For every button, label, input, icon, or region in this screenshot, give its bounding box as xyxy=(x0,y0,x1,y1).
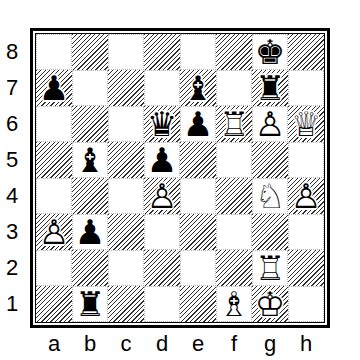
square-d7[interactable] xyxy=(144,70,180,106)
black-pawn-icon: ♟ xyxy=(36,70,72,106)
white-pawn-icon-fill: ♟ xyxy=(144,178,180,214)
chess-board-inner-frame: ♚♟♝♜♛♟♜♖♟♙♛♕♝♟♟♙♞♘♟♙♟♙♟♜♖♜♝♗♚♔ xyxy=(35,33,325,323)
square-a5[interactable] xyxy=(36,142,72,178)
square-h2[interactable] xyxy=(288,250,324,286)
square-f2[interactable] xyxy=(216,250,252,286)
square-e1[interactable] xyxy=(180,286,216,322)
square-e2[interactable] xyxy=(180,250,216,286)
square-a6[interactable] xyxy=(36,106,72,142)
white-pawn-icon-fill: ♟ xyxy=(253,107,287,141)
square-g3[interactable] xyxy=(252,214,288,250)
square-e5[interactable] xyxy=(180,142,216,178)
black-rook-icon: ♜ xyxy=(252,70,288,106)
square-g2[interactable]: ♜♖ xyxy=(252,250,288,286)
square-f7[interactable] xyxy=(216,70,252,106)
white-king-icon-fill: ♚ xyxy=(252,286,288,322)
rank-label-8: 8 xyxy=(0,34,24,70)
square-d4[interactable]: ♟♙ xyxy=(144,178,180,214)
square-c5[interactable] xyxy=(108,142,144,178)
square-f3[interactable] xyxy=(216,214,252,250)
square-h1[interactable] xyxy=(288,286,324,322)
file-label-b: b xyxy=(72,330,108,357)
black-pawn-icon: ♟ xyxy=(73,215,107,249)
white-pawn-icon: ♙ xyxy=(36,214,72,250)
square-b7[interactable] xyxy=(72,70,108,106)
square-c3[interactable] xyxy=(108,214,144,250)
square-b3[interactable]: ♟ xyxy=(72,214,108,250)
rank-label-7: 7 xyxy=(0,70,24,106)
white-knight-icon: ♘ xyxy=(253,179,287,213)
square-h5[interactable] xyxy=(288,142,324,178)
file-label-e: e xyxy=(180,330,216,357)
square-c8[interactable] xyxy=(108,34,144,70)
board: ♚♟♝♜♛♟♜♖♟♙♛♕♝♟♟♙♞♘♟♙♟♙♟♜♖♜♝♗♚♔ xyxy=(36,34,324,322)
square-f5[interactable] xyxy=(216,142,252,178)
square-h6[interactable]: ♛♕ xyxy=(288,106,324,142)
square-f4[interactable] xyxy=(216,178,252,214)
square-f1[interactable]: ♝♗ xyxy=(216,286,252,322)
square-b4[interactable] xyxy=(72,178,108,214)
square-a4[interactable] xyxy=(36,178,72,214)
square-g1[interactable]: ♚♔ xyxy=(252,286,288,322)
black-bishop-icon: ♝ xyxy=(180,70,216,106)
square-a7[interactable]: ♟ xyxy=(36,70,72,106)
square-h3[interactable] xyxy=(288,214,324,250)
file-label-a: a xyxy=(36,330,72,357)
rank-label-2: 2 xyxy=(0,250,24,286)
file-label-f: f xyxy=(216,330,252,357)
square-e6[interactable]: ♟ xyxy=(180,106,216,142)
rank-label-3: 3 xyxy=(0,214,24,250)
white-bishop-icon: ♗ xyxy=(217,287,251,321)
square-a3[interactable]: ♟♙ xyxy=(36,214,72,250)
white-knight-icon-fill: ♞ xyxy=(253,179,287,213)
white-pawn-icon: ♙ xyxy=(253,107,287,141)
black-pawn-icon: ♟ xyxy=(181,107,215,141)
square-b1[interactable]: ♜ xyxy=(72,286,108,322)
square-a2[interactable] xyxy=(36,250,72,286)
square-d3[interactable] xyxy=(144,214,180,250)
square-g4[interactable]: ♞♘ xyxy=(252,178,288,214)
white-rook-icon: ♖ xyxy=(216,106,252,142)
file-label-d: d xyxy=(144,330,180,357)
square-d1[interactable] xyxy=(144,286,180,322)
white-king-icon: ♔ xyxy=(252,286,288,322)
square-g5[interactable] xyxy=(252,142,288,178)
white-pawn-icon: ♙ xyxy=(144,178,180,214)
black-bishop-icon: ♝ xyxy=(73,143,107,177)
rank-label-5: 5 xyxy=(0,142,24,178)
square-d5[interactable]: ♟ xyxy=(144,142,180,178)
chess-diagram: 87654321 ♚♟♝♜♛♟♜♖♟♙♛♕♝♟♟♙♞♘♟♙♟♙♟♜♖♜♝♗♚♔ … xyxy=(0,0,360,360)
square-c4[interactable] xyxy=(108,178,144,214)
square-b8[interactable] xyxy=(72,34,108,70)
file-labels: abcdefgh xyxy=(36,330,324,357)
black-king-icon: ♚ xyxy=(253,35,287,69)
white-queen-icon-fill: ♛ xyxy=(288,106,324,142)
square-e8[interactable] xyxy=(180,34,216,70)
file-label-h: h xyxy=(288,330,324,357)
square-h7[interactable] xyxy=(288,70,324,106)
square-h4[interactable]: ♟♙ xyxy=(288,178,324,214)
white-queen-icon: ♕ xyxy=(288,106,324,142)
square-f8[interactable] xyxy=(216,34,252,70)
white-rook-icon: ♖ xyxy=(253,251,287,285)
square-g6[interactable]: ♟♙ xyxy=(252,106,288,142)
rank-label-4: 4 xyxy=(0,178,24,214)
square-e4[interactable] xyxy=(180,178,216,214)
square-e3[interactable] xyxy=(180,214,216,250)
square-a1[interactable] xyxy=(36,286,72,322)
square-b2[interactable] xyxy=(72,250,108,286)
white-rook-icon-fill: ♜ xyxy=(253,251,287,285)
rank-label-6: 6 xyxy=(0,106,24,142)
square-d8[interactable] xyxy=(144,34,180,70)
white-pawn-icon: ♙ xyxy=(288,178,324,214)
square-c1[interactable] xyxy=(108,286,144,322)
white-pawn-icon-fill: ♟ xyxy=(288,178,324,214)
square-c6[interactable] xyxy=(108,106,144,142)
square-b5[interactable]: ♝ xyxy=(72,142,108,178)
white-bishop-icon-fill: ♝ xyxy=(217,287,251,321)
square-d2[interactable] xyxy=(144,250,180,286)
square-a8[interactable] xyxy=(36,34,72,70)
white-pawn-icon-fill: ♟ xyxy=(36,214,72,250)
black-queen-icon: ♛ xyxy=(144,106,180,142)
chess-board-frame: ♚♟♝♜♛♟♜♖♟♙♛♕♝♟♟♙♞♘♟♙♟♙♟♜♖♜♝♗♚♔ xyxy=(30,28,330,328)
rank-label-1: 1 xyxy=(0,286,24,322)
square-c7[interactable] xyxy=(108,70,144,106)
square-h8[interactable] xyxy=(288,34,324,70)
black-rook-icon: ♜ xyxy=(73,287,107,321)
square-e7[interactable]: ♝ xyxy=(180,70,216,106)
black-pawn-icon: ♟ xyxy=(145,143,179,177)
square-c2[interactable] xyxy=(108,250,144,286)
square-g8[interactable]: ♚ xyxy=(252,34,288,70)
square-d6[interactable]: ♛ xyxy=(144,106,180,142)
square-b6[interactable] xyxy=(72,106,108,142)
rank-labels: 87654321 xyxy=(0,34,24,322)
file-label-g: g xyxy=(252,330,288,357)
square-f6[interactable]: ♜♖ xyxy=(216,106,252,142)
file-label-c: c xyxy=(108,330,144,357)
white-rook-icon-fill: ♜ xyxy=(216,106,252,142)
square-g7[interactable]: ♜ xyxy=(252,70,288,106)
